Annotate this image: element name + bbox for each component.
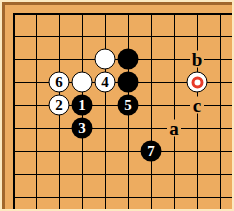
black-stone-move-7: 7 [141,141,162,162]
black-stone [118,72,139,93]
grid-line-h [13,128,232,129]
go-diagram: abc6421537 [0,0,234,211]
grid-line-h [13,174,232,175]
go-board: abc6421537 [2,2,232,209]
white-stone [95,49,116,70]
white-stone-move-2: 2 [49,95,70,116]
board-left-edge-line [13,13,15,209]
grid-line-h [13,36,232,37]
grid-line-h [13,151,232,152]
white-stone-move-6: 6 [49,72,70,93]
point-label-b: b [190,51,204,68]
marked-white-stone [187,72,208,93]
circle-marker-icon [191,76,203,88]
grid-line-v [36,13,37,209]
grid-line-v [105,13,106,209]
grid-line-v [220,13,221,209]
black-stone [118,49,139,70]
white-stone-move-4: 4 [95,72,116,93]
black-stone-move-5: 5 [118,95,139,116]
black-stone-move-3: 3 [72,118,93,139]
white-stone [72,72,93,93]
point-label-c: c [190,97,204,114]
black-stone-move-1: 1 [72,95,93,116]
point-label-a: a [167,120,181,137]
grid-line-v [151,13,152,209]
board-top-edge-line [13,13,232,15]
grid-line-v [174,13,175,209]
grid-line-h [13,197,232,198]
